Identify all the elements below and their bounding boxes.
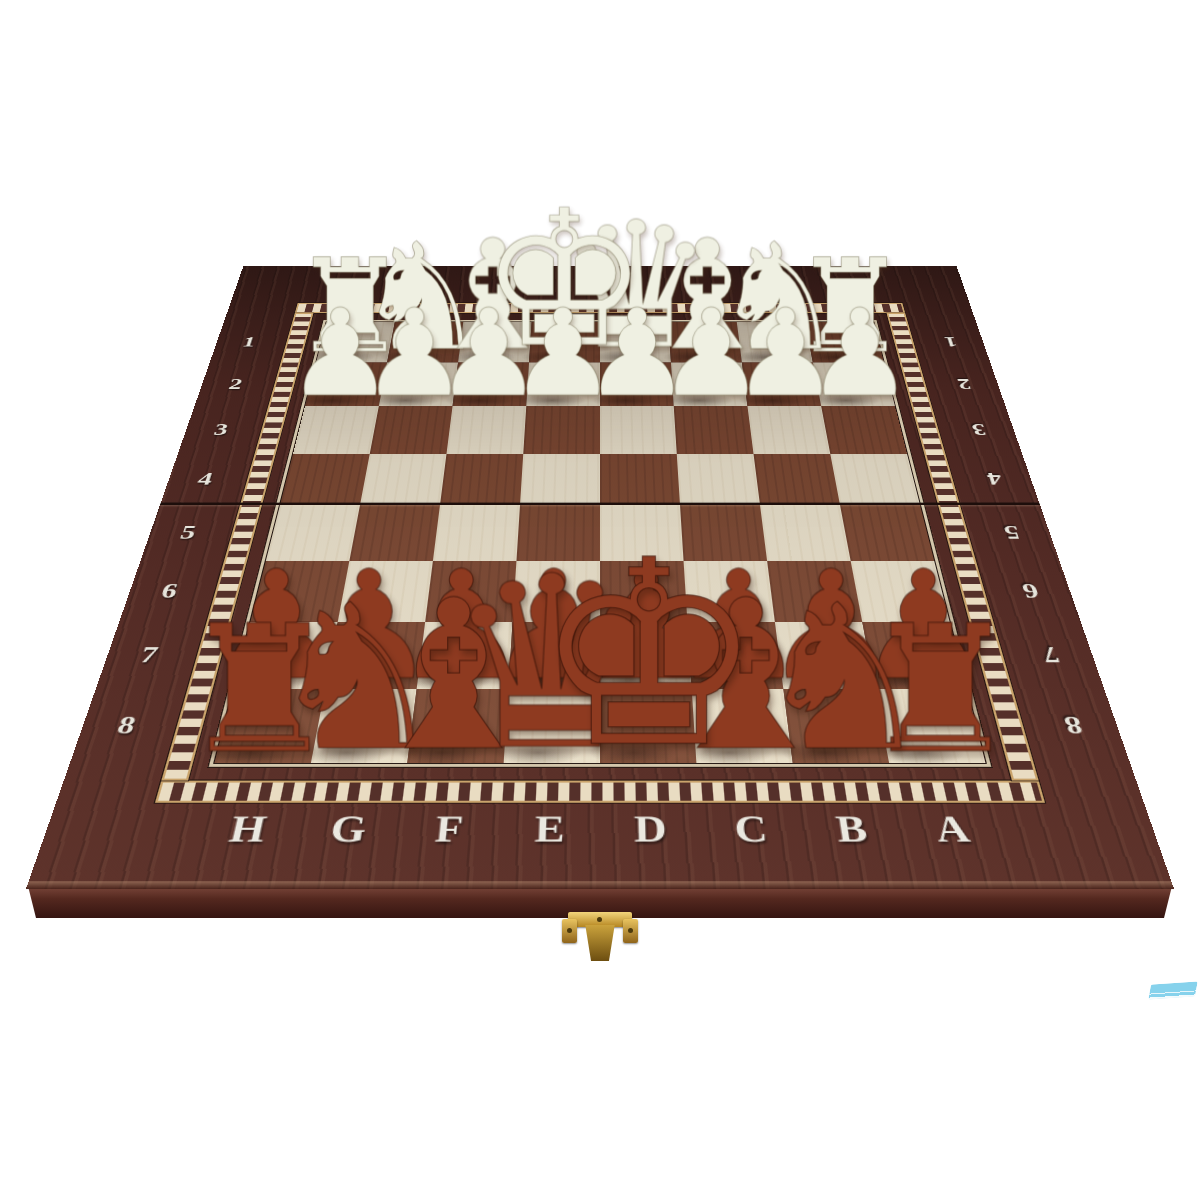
rank-label-right-4: 4 bbox=[957, 466, 1034, 492]
rank-label-left-3: 3 bbox=[184, 418, 257, 442]
chess-set-product-photo: ♜♞♝♚♛♝♞♜♟♟♟♟♟♟♟♟♟♟♟♟♟♟♟♟♜♞♝♛♚♝♞♜ HGFEDCB… bbox=[0, 0, 1200, 1200]
square-b4 bbox=[753, 454, 840, 505]
file-label-b: B bbox=[798, 807, 906, 851]
file-label-g: G bbox=[294, 807, 402, 851]
square-f4 bbox=[440, 454, 523, 505]
file-label-f: F bbox=[396, 807, 501, 851]
clasp-hook bbox=[584, 925, 616, 961]
square-d8: ♚ bbox=[600, 689, 696, 763]
file-label-d: D bbox=[600, 807, 702, 851]
rank-label-right-8: 8 bbox=[1027, 707, 1121, 744]
board-top-face: ♜♞♝♚♛♝♞♜♟♟♟♟♟♟♟♟♟♟♟♟♟♟♟♟♜♞♝♛♚♝♞♜ HGFEDCB… bbox=[26, 266, 1174, 889]
square-d4 bbox=[600, 454, 680, 505]
clasp-screw bbox=[567, 928, 572, 933]
brass-clasp bbox=[562, 912, 638, 966]
file-label-e: E bbox=[498, 807, 600, 851]
play-area: ♜♞♝♚♛♝♞♜♟♟♟♟♟♟♟♟♟♟♟♟♟♟♟♟♜♞♝♛♚♝♞♜ bbox=[215, 322, 986, 763]
white-pawn-a2: ♟ bbox=[806, 293, 914, 414]
rank-label-left-1: 1 bbox=[215, 332, 282, 352]
watermark-logo bbox=[1148, 981, 1197, 999]
rank-label-left-2: 2 bbox=[200, 373, 270, 395]
file-label-a: A bbox=[897, 807, 1007, 851]
clasp-screw bbox=[597, 917, 602, 922]
chess-board-3d: ♜♞♝♚♛♝♞♜♟♟♟♟♟♟♟♟♟♟♟♟♟♟♟♟♜♞♝♛♚♝♞♜ HGFEDCB… bbox=[26, 266, 1174, 889]
square-a2: ♟ bbox=[813, 363, 895, 407]
dark-knight-b8: ♞ bbox=[753, 578, 933, 779]
mosaic-border-bottom bbox=[155, 781, 1045, 803]
rank-label-right-3: 3 bbox=[943, 418, 1016, 442]
square-b8: ♞ bbox=[783, 689, 889, 763]
rank-label-right-7: 7 bbox=[1007, 638, 1096, 672]
rank-label-left-8: 8 bbox=[79, 707, 173, 744]
rank-label-right-2: 2 bbox=[930, 373, 1000, 395]
square-a4 bbox=[830, 454, 920, 505]
square-g4 bbox=[360, 454, 447, 505]
front-edge-highlight bbox=[26, 881, 1174, 889]
square-e4 bbox=[520, 454, 600, 505]
dark-king-d8: ♚ bbox=[534, 527, 764, 783]
rank-label-right-1: 1 bbox=[917, 332, 984, 352]
clasp-screw bbox=[628, 928, 633, 933]
file-label-h: H bbox=[192, 807, 302, 851]
file-label-c: C bbox=[699, 807, 804, 851]
square-c4 bbox=[677, 454, 760, 505]
square-h4 bbox=[280, 454, 370, 505]
rank-label-left-4: 4 bbox=[167, 466, 244, 492]
